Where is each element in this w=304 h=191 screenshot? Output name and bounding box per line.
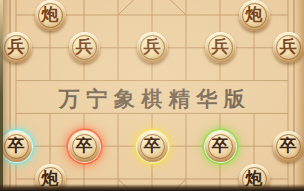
piece-character: 卒 [144, 137, 161, 154]
piece-character: 炮 [246, 170, 263, 187]
piece-character: 兵 [8, 38, 25, 55]
piece-black-soldier[interactable]: 卒 [205, 131, 236, 162]
piece-character: 兵 [280, 38, 297, 55]
xiangqi-board[interactable]: 万宁象棋精华版 炮炮兵兵兵兵兵卒卒卒卒卒炮炮 [0, 0, 304, 190]
piece-black-soldier[interactable]: 卒 [273, 131, 304, 162]
piece-character: 炮 [246, 6, 263, 23]
piece-character: 兵 [76, 38, 93, 55]
piece-red-soldier[interactable]: 兵 [1, 32, 32, 63]
piece-character: 炮 [42, 6, 59, 23]
piece-character: 炮 [42, 170, 59, 187]
piece-character: 卒 [8, 137, 25, 154]
piece-character: 卒 [212, 137, 229, 154]
piece-black-soldier[interactable]: 卒 [69, 131, 100, 162]
piece-red-soldier[interactable]: 兵 [205, 32, 236, 63]
piece-red-soldier[interactable]: 兵 [137, 32, 168, 63]
piece-red-soldier[interactable]: 兵 [273, 32, 304, 63]
piece-black-soldier[interactable]: 卒 [137, 131, 168, 162]
piece-character: 兵 [212, 38, 229, 55]
piece-red-cannon[interactable]: 炮 [35, 0, 66, 31]
piece-red-cannon[interactable]: 炮 [239, 0, 270, 31]
piece-red-soldier[interactable]: 兵 [69, 32, 100, 63]
piece-character: 兵 [144, 38, 161, 55]
piece-character: 卒 [76, 137, 93, 154]
piece-black-cannon[interactable]: 炮 [239, 164, 270, 191]
piece-character: 卒 [280, 137, 297, 154]
piece-black-cannon[interactable]: 炮 [35, 164, 66, 191]
piece-black-soldier[interactable]: 卒 [1, 131, 32, 162]
